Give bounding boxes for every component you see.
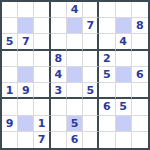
cell-r4c9[interactable] bbox=[132, 51, 148, 67]
cell-r3c8[interactable]: 4 bbox=[116, 34, 132, 50]
cell-r2c1[interactable] bbox=[2, 18, 18, 34]
given-digit: 4 bbox=[119, 36, 127, 47]
cell-r7c7[interactable]: 6 bbox=[99, 99, 115, 115]
given-digit: 7 bbox=[38, 134, 46, 145]
cell-r2c5[interactable] bbox=[67, 18, 83, 34]
cell-r8c8[interactable] bbox=[116, 116, 132, 132]
cell-r8c2[interactable] bbox=[18, 116, 34, 132]
cell-r2c3[interactable] bbox=[34, 18, 50, 34]
cell-r9c1[interactable] bbox=[2, 132, 18, 148]
cell-r4c4[interactable]: 8 bbox=[51, 51, 67, 67]
cell-r5c8[interactable] bbox=[116, 67, 132, 83]
cell-r3c1[interactable]: 5 bbox=[2, 34, 18, 50]
given-digit: 1 bbox=[6, 85, 14, 96]
cell-r1c9[interactable] bbox=[132, 2, 148, 18]
cell-r4c6[interactable] bbox=[83, 51, 99, 67]
given-digit: 9 bbox=[22, 85, 30, 96]
sudoku-board: 4785748245619356591576 bbox=[0, 0, 150, 150]
cell-r5c4[interactable]: 4 bbox=[51, 67, 67, 83]
cell-r8c1[interactable]: 9 bbox=[2, 116, 18, 132]
cell-r1c5[interactable]: 4 bbox=[67, 2, 83, 18]
cell-r7c9[interactable] bbox=[132, 99, 148, 115]
given-digit: 6 bbox=[71, 134, 79, 145]
given-digit: 2 bbox=[103, 53, 111, 64]
cell-r8c6[interactable] bbox=[83, 116, 99, 132]
cell-r9c7[interactable] bbox=[99, 132, 115, 148]
given-digit: 7 bbox=[86, 20, 94, 31]
cell-r8c9[interactable] bbox=[132, 116, 148, 132]
cell-r2c8[interactable] bbox=[116, 18, 132, 34]
cell-r9c3[interactable]: 7 bbox=[34, 132, 50, 148]
given-digit: 5 bbox=[71, 118, 79, 129]
cell-r6c6[interactable]: 5 bbox=[83, 83, 99, 99]
cell-r1c3[interactable] bbox=[34, 2, 50, 18]
cell-r2c4[interactable] bbox=[51, 18, 67, 34]
cell-r9c4[interactable] bbox=[51, 132, 67, 148]
cell-r6c1[interactable]: 1 bbox=[2, 83, 18, 99]
cell-r2c2[interactable] bbox=[18, 18, 34, 34]
cell-r5c2[interactable] bbox=[18, 67, 34, 83]
cell-r2c6[interactable]: 7 bbox=[83, 18, 99, 34]
cell-r7c3[interactable] bbox=[34, 99, 50, 115]
cell-r3c6[interactable] bbox=[83, 34, 99, 50]
cell-r1c4[interactable] bbox=[51, 2, 67, 18]
cell-r4c8[interactable] bbox=[116, 51, 132, 67]
cell-r8c7[interactable] bbox=[99, 116, 115, 132]
cell-r3c9[interactable] bbox=[132, 34, 148, 50]
cell-r6c4[interactable]: 3 bbox=[51, 83, 67, 99]
given-digit: 7 bbox=[22, 36, 30, 47]
cell-r5c1[interactable] bbox=[2, 67, 18, 83]
cell-r6c8[interactable] bbox=[116, 83, 132, 99]
given-digit: 5 bbox=[119, 101, 127, 112]
cell-r6c7[interactable] bbox=[99, 83, 115, 99]
cell-r6c5[interactable] bbox=[67, 83, 83, 99]
cell-r1c7[interactable] bbox=[99, 2, 115, 18]
cell-r1c1[interactable] bbox=[2, 2, 18, 18]
cell-r5c7[interactable]: 5 bbox=[99, 67, 115, 83]
given-digit: 5 bbox=[6, 36, 14, 47]
cell-r7c6[interactable] bbox=[83, 99, 99, 115]
cell-r3c4[interactable] bbox=[51, 34, 67, 50]
cell-r9c9[interactable] bbox=[132, 132, 148, 148]
given-digit: 4 bbox=[71, 4, 79, 15]
cell-r1c2[interactable] bbox=[18, 2, 34, 18]
cell-r9c6[interactable] bbox=[83, 132, 99, 148]
cell-r3c5[interactable] bbox=[67, 34, 83, 50]
cell-r9c8[interactable] bbox=[116, 132, 132, 148]
given-digit: 3 bbox=[54, 85, 62, 96]
cell-r6c2[interactable]: 9 bbox=[18, 83, 34, 99]
cell-r5c9[interactable]: 6 bbox=[132, 67, 148, 83]
cell-r4c5[interactable] bbox=[67, 51, 83, 67]
cell-r2c9[interactable]: 8 bbox=[132, 18, 148, 34]
cell-r1c6[interactable] bbox=[83, 2, 99, 18]
cell-r9c2[interactable] bbox=[18, 132, 34, 148]
given-digit: 1 bbox=[38, 118, 46, 129]
cell-r3c3[interactable] bbox=[34, 34, 50, 50]
given-digit: 6 bbox=[103, 101, 111, 112]
cell-r7c8[interactable]: 5 bbox=[116, 99, 132, 115]
cell-r4c2[interactable] bbox=[18, 51, 34, 67]
given-digit: 5 bbox=[103, 69, 111, 80]
given-digit: 8 bbox=[54, 53, 62, 64]
cell-r4c1[interactable] bbox=[2, 51, 18, 67]
cell-r5c5[interactable] bbox=[67, 67, 83, 83]
cell-r8c3[interactable]: 1 bbox=[34, 116, 50, 132]
given-digit: 5 bbox=[86, 85, 94, 96]
cell-r4c7[interactable]: 2 bbox=[99, 51, 115, 67]
cell-r1c8[interactable] bbox=[116, 2, 132, 18]
cell-r3c7[interactable] bbox=[99, 34, 115, 50]
cell-r7c5[interactable] bbox=[67, 99, 83, 115]
cell-r8c4[interactable] bbox=[51, 116, 67, 132]
given-digit: 4 bbox=[54, 69, 62, 80]
cell-r2c7[interactable] bbox=[99, 18, 115, 34]
cell-r8c5[interactable]: 5 bbox=[67, 116, 83, 132]
given-digit: 8 bbox=[136, 20, 144, 31]
cell-r9c5[interactable]: 6 bbox=[67, 132, 83, 148]
given-digit: 9 bbox=[6, 118, 14, 129]
cell-r6c9[interactable] bbox=[132, 83, 148, 99]
cell-r7c2[interactable] bbox=[18, 99, 34, 115]
cell-r5c6[interactable] bbox=[83, 67, 99, 83]
given-digit: 6 bbox=[136, 69, 144, 80]
cell-r6c3[interactable] bbox=[34, 83, 50, 99]
cell-r7c1[interactable] bbox=[2, 99, 18, 115]
cell-r7c4[interactable] bbox=[51, 99, 67, 115]
cell-r5c3[interactable] bbox=[34, 67, 50, 83]
cell-r3c2[interactable]: 7 bbox=[18, 34, 34, 50]
cell-r4c3[interactable] bbox=[34, 51, 50, 67]
